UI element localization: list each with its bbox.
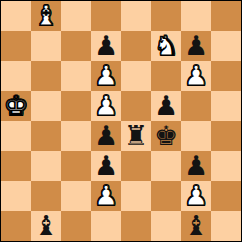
piece-black-king[interactable]: ♚ — [154, 121, 178, 151]
square-f2[interactable] — [151, 181, 181, 211]
square-f6[interactable] — [151, 61, 181, 91]
square-b6[interactable] — [31, 61, 61, 91]
square-c4[interactable] — [61, 121, 91, 151]
square-a3[interactable] — [1, 151, 31, 181]
square-f5[interactable]: ♟ — [151, 91, 181, 121]
square-d6[interactable]: ♟ — [91, 61, 121, 91]
square-g1[interactable]: ♝ — [181, 211, 211, 241]
square-g5[interactable] — [181, 91, 211, 121]
piece-white-pawn[interactable]: ♟ — [94, 181, 118, 211]
square-e4[interactable]: ♜ — [121, 121, 151, 151]
square-b8[interactable]: ♝ — [31, 1, 61, 31]
square-b2[interactable] — [31, 181, 61, 211]
square-h2[interactable] — [211, 181, 241, 211]
square-b5[interactable] — [31, 91, 61, 121]
square-c8[interactable] — [61, 1, 91, 31]
square-e5[interactable] — [121, 91, 151, 121]
square-g3[interactable]: ♟ — [181, 151, 211, 181]
square-a1[interactable] — [1, 211, 31, 241]
piece-white-pawn[interactable]: ♟ — [184, 61, 208, 91]
square-h4[interactable] — [211, 121, 241, 151]
chess-board: ♝♟♞♟♟♟♚♟♟♟♜♚♟♟♟♟♝♝ — [0, 0, 242, 242]
square-h5[interactable] — [211, 91, 241, 121]
square-h1[interactable] — [211, 211, 241, 241]
square-a4[interactable] — [1, 121, 31, 151]
square-d8[interactable] — [91, 1, 121, 31]
square-f1[interactable] — [151, 211, 181, 241]
square-c1[interactable] — [61, 211, 91, 241]
square-g7[interactable]: ♟ — [181, 31, 211, 61]
square-d5[interactable]: ♟ — [91, 91, 121, 121]
square-h6[interactable] — [211, 61, 241, 91]
square-g2[interactable]: ♟ — [181, 181, 211, 211]
piece-black-bishop[interactable]: ♝ — [184, 211, 208, 241]
square-d4[interactable]: ♟ — [91, 121, 121, 151]
piece-black-rook[interactable]: ♜ — [124, 121, 148, 151]
piece-black-pawn[interactable]: ♟ — [94, 121, 118, 151]
square-b1[interactable]: ♝ — [31, 211, 61, 241]
piece-white-pawn[interactable]: ♟ — [94, 91, 118, 121]
square-g8[interactable] — [181, 1, 211, 31]
square-c5[interactable] — [61, 91, 91, 121]
square-c3[interactable] — [61, 151, 91, 181]
square-e3[interactable] — [121, 151, 151, 181]
square-e2[interactable] — [121, 181, 151, 211]
square-a6[interactable] — [1, 61, 31, 91]
square-a7[interactable] — [1, 31, 31, 61]
square-c2[interactable] — [61, 181, 91, 211]
piece-black-pawn[interactable]: ♟ — [94, 151, 118, 181]
square-e1[interactable] — [121, 211, 151, 241]
piece-white-pawn[interactable]: ♟ — [184, 181, 208, 211]
square-b7[interactable] — [31, 31, 61, 61]
piece-white-pawn[interactable]: ♟ — [94, 61, 118, 91]
square-a2[interactable] — [1, 181, 31, 211]
square-f3[interactable] — [151, 151, 181, 181]
piece-black-bishop[interactable]: ♝ — [34, 211, 58, 241]
square-f4[interactable]: ♚ — [151, 121, 181, 151]
square-e6[interactable] — [121, 61, 151, 91]
square-h3[interactable] — [211, 151, 241, 181]
square-f7[interactable]: ♞ — [151, 31, 181, 61]
piece-white-knight[interactable]: ♞ — [154, 31, 178, 61]
square-a5[interactable]: ♚ — [1, 91, 31, 121]
piece-black-pawn[interactable]: ♟ — [184, 31, 208, 61]
piece-black-pawn[interactable]: ♟ — [94, 31, 118, 61]
square-g4[interactable] — [181, 121, 211, 151]
square-d7[interactable]: ♟ — [91, 31, 121, 61]
square-b3[interactable] — [31, 151, 61, 181]
square-d2[interactable]: ♟ — [91, 181, 121, 211]
square-e7[interactable] — [121, 31, 151, 61]
piece-white-bishop[interactable]: ♝ — [34, 1, 58, 31]
square-g6[interactable]: ♟ — [181, 61, 211, 91]
piece-black-pawn[interactable]: ♟ — [154, 91, 178, 121]
square-c6[interactable] — [61, 61, 91, 91]
square-a8[interactable] — [1, 1, 31, 31]
square-e8[interactable] — [121, 1, 151, 31]
piece-white-king[interactable]: ♚ — [4, 91, 28, 121]
square-h8[interactable] — [211, 1, 241, 31]
square-h7[interactable] — [211, 31, 241, 61]
square-d3[interactable]: ♟ — [91, 151, 121, 181]
square-f8[interactable] — [151, 1, 181, 31]
square-c7[interactable] — [61, 31, 91, 61]
square-d1[interactable] — [91, 211, 121, 241]
square-b4[interactable] — [31, 121, 61, 151]
piece-black-pawn[interactable]: ♟ — [184, 151, 208, 181]
